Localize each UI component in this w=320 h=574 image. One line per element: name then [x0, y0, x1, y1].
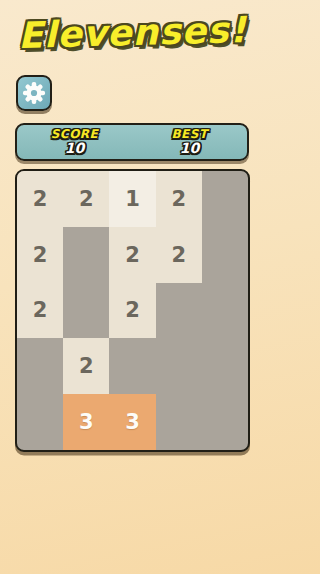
game-screen: { "game": "Elevenses! (2048-style number… — [0, 0, 265, 574]
cell-empty-r4c3 — [109, 338, 155, 394]
tile-1-r1c3[interactable]: 1 — [109, 171, 155, 227]
tile-2-r2c3[interactable]: 2 — [109, 227, 155, 283]
game-board[interactable]: 221222222233 — [15, 169, 250, 452]
cell-empty-r5c4 — [156, 394, 202, 450]
tile-2-r2c1[interactable]: 2 — [17, 227, 63, 283]
tile-2-r1c1[interactable]: 2 — [17, 171, 63, 227]
tile-2-r4c2[interactable]: 2 — [63, 338, 109, 394]
cell-empty-r4c1 — [17, 338, 63, 394]
tile-2-r1c2[interactable]: 2 — [63, 171, 109, 227]
tile-3-r5c3[interactable]: 3 — [109, 394, 155, 450]
best-value: 10 — [180, 141, 199, 156]
tile-2-r1c4[interactable]: 2 — [156, 171, 202, 227]
cell-empty-r3c4 — [156, 283, 202, 339]
score-box: SCORE 10 — [17, 125, 132, 159]
best-label: BEST — [171, 128, 207, 141]
cell-empty-r2c5 — [202, 227, 248, 283]
score-value: 10 — [65, 141, 84, 156]
scoreboard: SCORE 10 BEST 10 — [15, 123, 249, 161]
cell-empty-r5c1 — [17, 394, 63, 450]
settings-button[interactable] — [16, 75, 52, 111]
cell-empty-r4c4 — [156, 338, 202, 394]
tile-2-r2c4[interactable]: 2 — [156, 227, 202, 283]
gear-icon — [21, 80, 47, 106]
tile-2-r3c1[interactable]: 2 — [17, 283, 63, 339]
tile-3-r5c2[interactable]: 3 — [63, 394, 109, 450]
tile-2-r3c3[interactable]: 2 — [109, 283, 155, 339]
cell-empty-r5c5 — [202, 394, 248, 450]
best-box: BEST 10 — [132, 125, 247, 159]
game-title: Elevenses! — [0, 9, 265, 57]
cell-empty-r1c5 — [202, 171, 248, 227]
cell-empty-r3c2 — [63, 283, 109, 339]
score-label: SCORE — [51, 128, 99, 141]
board-grid[interactable]: 221222222233 — [17, 171, 248, 450]
cell-empty-r4c5 — [202, 338, 248, 394]
cell-empty-r2c2 — [63, 227, 109, 283]
cell-empty-r3c5 — [202, 283, 248, 339]
